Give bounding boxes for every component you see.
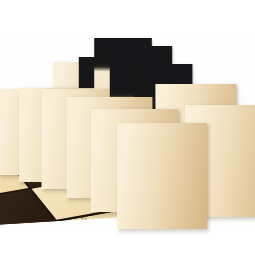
chess-set-photo: abcdefgh ♟♟♟♟♞♝♚♛♟♝♟♞♜♟ [0,0,255,255]
piece-pawn[interactable]: ♟ [117,123,207,229]
